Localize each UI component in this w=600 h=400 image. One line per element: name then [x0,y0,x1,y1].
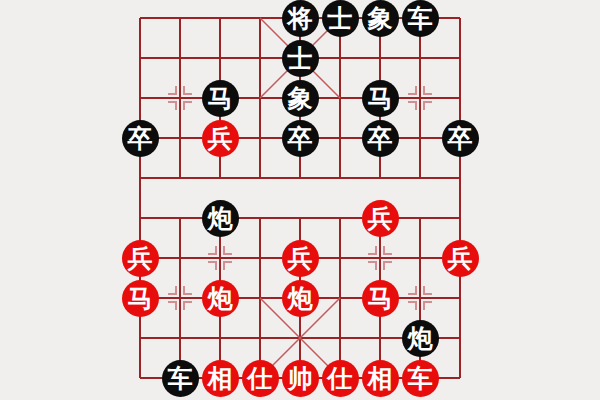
piece-red-兵[interactable]: 兵 [200,118,240,158]
piece-black-车[interactable]: 车 [400,0,440,38]
piece-glyph: 仕 [242,360,279,397]
piece-black-士[interactable]: 士 [320,0,360,38]
piece-glyph: 相 [362,360,399,397]
piece-glyph: 马 [122,280,159,317]
piece-glyph: 兵 [122,240,159,277]
piece-glyph: 帅 [282,360,319,397]
piece-glyph: 兵 [362,200,399,237]
piece-red-帅[interactable]: 帅 [280,358,320,398]
piece-black-炮[interactable]: 炮 [400,318,440,358]
piece-black-将[interactable]: 将 [280,0,320,38]
piece-red-兵[interactable]: 兵 [120,238,160,278]
piece-red-相[interactable]: 相 [200,358,240,398]
piece-glyph: 卒 [122,120,159,157]
piece-glyph: 车 [162,360,199,397]
piece-glyph: 炮 [202,280,239,317]
piece-red-兵[interactable]: 兵 [360,198,400,238]
piece-red-炮[interactable]: 炮 [200,278,240,318]
pieces-grid: 将士象车士马象马卒兵卒卒卒炮兵兵兵兵马炮炮马炮车相仕帅仕相车 [120,0,480,398]
piece-glyph: 将 [282,0,319,37]
piece-red-马[interactable]: 马 [360,278,400,318]
piece-glyph: 象 [282,80,319,117]
piece-glyph: 炮 [402,320,439,357]
piece-glyph: 卒 [362,120,399,157]
piece-red-炮[interactable]: 炮 [280,278,320,318]
piece-glyph: 车 [402,0,439,37]
piece-glyph: 马 [362,280,399,317]
piece-red-马[interactable]: 马 [120,278,160,318]
piece-glyph: 车 [402,360,439,397]
piece-glyph: 士 [282,40,319,77]
piece-glyph: 仕 [322,360,359,397]
piece-red-仕[interactable]: 仕 [320,358,360,398]
piece-black-卒[interactable]: 卒 [280,118,320,158]
piece-glyph: 炮 [282,280,319,317]
piece-black-炮[interactable]: 炮 [200,198,240,238]
piece-glyph: 卒 [442,120,479,157]
piece-black-象[interactable]: 象 [280,78,320,118]
piece-black-马[interactable]: 马 [200,78,240,118]
piece-glyph: 兵 [202,120,239,157]
piece-red-仕[interactable]: 仕 [240,358,280,398]
piece-red-车[interactable]: 车 [400,358,440,398]
piece-glyph: 士 [322,0,359,37]
piece-black-象[interactable]: 象 [360,0,400,38]
piece-black-马[interactable]: 马 [360,78,400,118]
piece-red-相[interactable]: 相 [360,358,400,398]
piece-red-兵[interactable]: 兵 [280,238,320,278]
piece-glyph: 马 [362,80,399,117]
piece-glyph: 炮 [202,200,239,237]
piece-black-卒[interactable]: 卒 [120,118,160,158]
piece-glyph: 马 [202,80,239,117]
piece-glyph: 相 [202,360,239,397]
piece-red-兵[interactable]: 兵 [440,238,480,278]
piece-glyph: 卒 [282,120,319,157]
piece-black-卒[interactable]: 卒 [360,118,400,158]
piece-glyph: 象 [362,0,399,37]
xiangqi-board: 将士象车士马象马卒兵卒卒卒炮兵兵兵兵马炮炮马炮车相仕帅仕相车 [0,0,600,400]
piece-glyph: 兵 [442,240,479,277]
piece-black-士[interactable]: 士 [280,38,320,78]
piece-black-卒[interactable]: 卒 [440,118,480,158]
piece-glyph: 兵 [282,240,319,277]
piece-black-车[interactable]: 车 [160,358,200,398]
